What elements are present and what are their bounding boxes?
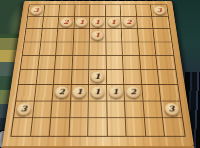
shogi-board: 3321112112111233 — [2, 1, 194, 146]
disc-b1[interactable]: 1 — [91, 72, 104, 83]
board-cell[interactable] — [55, 56, 73, 70]
board-cell[interactable] — [107, 70, 125, 85]
board-cell[interactable] — [163, 118, 184, 136]
board-cell[interactable]: 1 — [106, 17, 122, 29]
board-cell[interactable] — [51, 101, 70, 118]
board-cell[interactable] — [42, 17, 59, 29]
board-cell[interactable] — [73, 29, 90, 42]
board-cell[interactable] — [106, 56, 123, 70]
board-cell[interactable]: 1 — [90, 17, 106, 29]
board-cell[interactable]: 2 — [125, 85, 144, 101]
board-cell[interactable] — [125, 101, 144, 118]
board-cell[interactable] — [11, 118, 32, 136]
board-cell[interactable] — [69, 118, 89, 136]
board-cell[interactable] — [138, 29, 155, 42]
disc-b1[interactable]: 1 — [73, 87, 87, 99]
board-cell[interactable] — [122, 29, 139, 42]
board-cell[interactable] — [73, 42, 90, 56]
board-cell[interactable] — [158, 70, 177, 85]
board-cell[interactable] — [160, 85, 180, 101]
board-cell[interactable] — [71, 70, 89, 85]
board-cell[interactable] — [21, 56, 40, 70]
board-cell[interactable]: 2 — [53, 85, 72, 101]
board-cell[interactable] — [50, 118, 70, 136]
board-cell[interactable]: 3 — [151, 5, 168, 17]
board-cell[interactable] — [137, 17, 154, 29]
board-cell[interactable] — [136, 5, 152, 17]
board-cell[interactable] — [141, 70, 160, 85]
board-cell[interactable] — [70, 101, 89, 118]
board-cell[interactable] — [106, 5, 122, 17]
board-cell[interactable] — [89, 101, 108, 118]
board-cell[interactable] — [75, 5, 91, 17]
disc-b3[interactable]: 3 — [16, 103, 32, 115]
disc-b2[interactable]: 2 — [54, 87, 68, 99]
board-cell[interactable] — [72, 56, 89, 70]
board-cell[interactable] — [139, 42, 157, 56]
board-cell[interactable]: 1 — [89, 70, 107, 85]
board-cell[interactable]: 2 — [121, 17, 138, 29]
board-cell[interactable] — [33, 101, 53, 118]
board-cell[interactable] — [59, 5, 75, 17]
board-cell[interactable] — [34, 85, 53, 101]
board-grid: 3321112112111233 — [10, 5, 185, 137]
disc-r1[interactable]: 1 — [107, 18, 119, 27]
board-cell[interactable] — [143, 101, 163, 118]
disc-r1[interactable]: 1 — [91, 30, 103, 40]
board-cell[interactable]: 1 — [74, 17, 90, 29]
disc-b1[interactable]: 1 — [108, 87, 122, 99]
disc-r3[interactable]: 3 — [30, 6, 43, 15]
disc-r2[interactable]: 2 — [60, 18, 73, 27]
board-cell[interactable]: 1 — [71, 85, 89, 101]
board-cell[interactable] — [126, 118, 146, 136]
board-cell[interactable] — [16, 85, 36, 101]
board-cell[interactable] — [18, 70, 37, 85]
board-cell[interactable] — [57, 29, 74, 42]
board-cell[interactable] — [90, 42, 107, 56]
disc-b2[interactable]: 2 — [126, 87, 140, 99]
board-cell[interactable] — [54, 70, 72, 85]
board-cell[interactable] — [88, 118, 107, 136]
disc-r3[interactable]: 3 — [153, 6, 166, 15]
board-cell[interactable] — [123, 42, 140, 56]
board-cell[interactable] — [152, 17, 169, 29]
board-cell[interactable]: 1 — [107, 85, 125, 101]
board-cell[interactable] — [44, 5, 60, 17]
board-cell[interactable] — [124, 70, 142, 85]
board-cell[interactable] — [38, 56, 56, 70]
board-cell[interactable] — [154, 29, 172, 42]
disc-b1[interactable]: 1 — [91, 87, 105, 99]
board-cell[interactable] — [145, 118, 166, 136]
board-cell[interactable] — [23, 42, 41, 56]
board-cell[interactable] — [41, 29, 58, 42]
board-cell[interactable] — [121, 5, 137, 17]
board-cell[interactable] — [107, 118, 127, 136]
board-cell[interactable] — [31, 118, 52, 136]
photo-scene: 3321112112111233 — [0, 0, 200, 148]
board-cell[interactable] — [89, 56, 106, 70]
disc-r2[interactable]: 2 — [123, 18, 136, 27]
board-cell[interactable] — [106, 42, 123, 56]
board-cell[interactable] — [157, 56, 176, 70]
board-cell[interactable]: 3 — [14, 101, 35, 118]
board-cell[interactable] — [24, 29, 42, 42]
disc-b3[interactable]: 3 — [164, 103, 180, 115]
board-cell[interactable] — [123, 56, 141, 70]
board-cell[interactable] — [36, 70, 55, 85]
board-cell[interactable]: 1 — [89, 85, 107, 101]
board-cell[interactable] — [26, 17, 43, 29]
disc-r1[interactable]: 1 — [76, 18, 88, 27]
board-cell[interactable]: 2 — [58, 17, 75, 29]
board-cell[interactable] — [106, 29, 123, 42]
board-cell[interactable] — [39, 42, 57, 56]
disc-r1[interactable]: 1 — [91, 18, 103, 27]
board-cell[interactable] — [155, 42, 173, 56]
board-cell[interactable] — [107, 101, 126, 118]
board-cell[interactable]: 3 — [162, 101, 183, 118]
board-cell[interactable] — [90, 5, 106, 17]
board-cell[interactable]: 3 — [28, 5, 45, 17]
board-cell[interactable]: 1 — [90, 29, 106, 42]
board-cell[interactable] — [56, 42, 73, 56]
board-cell[interactable] — [140, 56, 158, 70]
board-cell[interactable] — [142, 85, 161, 101]
